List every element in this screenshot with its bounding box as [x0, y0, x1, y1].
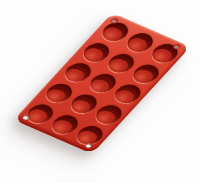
cavity-bottom [26, 108, 50, 124]
cavity-bottom [132, 68, 156, 84]
cavity-bottom [89, 77, 113, 93]
cavity-bottom [126, 36, 150, 52]
cavity-bottom [64, 67, 88, 83]
cavity-bottom [45, 87, 69, 103]
cavity-bottom [51, 118, 75, 134]
cavity-bottom [107, 57, 131, 73]
cavity-bottom [101, 26, 125, 42]
cavity-bottom [95, 109, 119, 125]
mold-cavity [109, 82, 144, 107]
product-photo-scene [0, 0, 200, 183]
mold-cavity [91, 102, 126, 127]
silicone-mold [14, 13, 190, 154]
cavity-bottom [82, 46, 106, 62]
cavity-bottom [151, 47, 175, 63]
cavity-grid [18, 16, 186, 151]
cavity-bottom [70, 98, 94, 114]
cavity-bottom [113, 88, 137, 104]
mold-cavity [128, 61, 163, 86]
